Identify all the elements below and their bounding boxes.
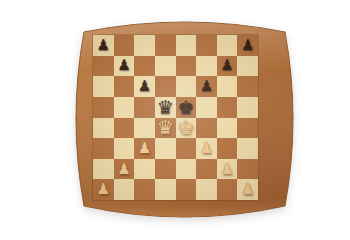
square-b7[interactable]: ♟ bbox=[114, 56, 135, 77]
piece-white-pawn[interactable]: ♟ bbox=[200, 141, 213, 156]
square-d7[interactable] bbox=[155, 56, 176, 77]
piece-black-pawn[interactable]: ♟ bbox=[200, 79, 213, 94]
square-a7[interactable] bbox=[93, 56, 114, 77]
square-g1[interactable] bbox=[217, 179, 238, 200]
piece-white-pawn[interactable]: ♟ bbox=[138, 141, 151, 156]
piece-black-pawn[interactable]: ♟ bbox=[97, 38, 110, 53]
square-f5[interactable] bbox=[196, 97, 217, 118]
square-b2[interactable]: ♟ bbox=[114, 159, 135, 180]
square-h8[interactable]: ♟ bbox=[237, 35, 258, 56]
square-e8[interactable] bbox=[176, 35, 197, 56]
square-h5[interactable] bbox=[237, 97, 258, 118]
piece-white-pawn[interactable]: ♟ bbox=[117, 162, 130, 177]
square-c5[interactable] bbox=[134, 97, 155, 118]
chess-board: ♟♟♟♟♟♟♛♚♛♚♟♟♟♟♟♟ bbox=[93, 35, 258, 200]
piece-black-pawn[interactable]: ♟ bbox=[117, 58, 130, 73]
square-c6[interactable]: ♟ bbox=[134, 76, 155, 97]
square-a3[interactable] bbox=[93, 138, 114, 159]
square-g3[interactable] bbox=[217, 138, 238, 159]
square-f6[interactable]: ♟ bbox=[196, 76, 217, 97]
square-h7[interactable] bbox=[237, 56, 258, 77]
square-d3[interactable] bbox=[155, 138, 176, 159]
square-d5[interactable]: ♛ bbox=[155, 97, 176, 118]
square-d8[interactable] bbox=[155, 35, 176, 56]
square-e4[interactable]: ♚ bbox=[176, 118, 197, 139]
piece-black-pawn[interactable]: ♟ bbox=[241, 38, 254, 53]
square-h4[interactable] bbox=[237, 118, 258, 139]
square-c8[interactable] bbox=[134, 35, 155, 56]
square-h6[interactable] bbox=[237, 76, 258, 97]
square-a6[interactable] bbox=[93, 76, 114, 97]
square-h1[interactable]: ♟ bbox=[237, 179, 258, 200]
piece-black-pawn[interactable]: ♟ bbox=[220, 58, 233, 73]
square-a5[interactable] bbox=[93, 97, 114, 118]
square-f1[interactable] bbox=[196, 179, 217, 200]
square-a1[interactable]: ♟ bbox=[93, 179, 114, 200]
piece-black-pawn[interactable]: ♟ bbox=[138, 79, 151, 94]
piece-black-queen[interactable]: ♛ bbox=[157, 98, 174, 117]
square-g5[interactable] bbox=[217, 97, 238, 118]
square-c2[interactable] bbox=[134, 159, 155, 180]
square-a4[interactable] bbox=[93, 118, 114, 139]
square-g8[interactable] bbox=[217, 35, 238, 56]
square-f4[interactable] bbox=[196, 118, 217, 139]
square-b1[interactable] bbox=[114, 179, 135, 200]
square-f2[interactable] bbox=[196, 159, 217, 180]
square-b8[interactable] bbox=[114, 35, 135, 56]
square-d1[interactable] bbox=[155, 179, 176, 200]
square-d2[interactable] bbox=[155, 159, 176, 180]
square-e1[interactable] bbox=[176, 179, 197, 200]
square-c1[interactable] bbox=[134, 179, 155, 200]
square-e7[interactable] bbox=[176, 56, 197, 77]
piece-white-pawn[interactable]: ♟ bbox=[241, 182, 254, 197]
square-g4[interactable] bbox=[217, 118, 238, 139]
square-b5[interactable] bbox=[114, 97, 135, 118]
square-d4[interactable]: ♛ bbox=[155, 118, 176, 139]
square-d6[interactable] bbox=[155, 76, 176, 97]
square-g7[interactable]: ♟ bbox=[217, 56, 238, 77]
square-f7[interactable] bbox=[196, 56, 217, 77]
square-e2[interactable] bbox=[176, 159, 197, 180]
square-h3[interactable] bbox=[237, 138, 258, 159]
square-g2[interactable]: ♟ bbox=[217, 159, 238, 180]
square-a2[interactable] bbox=[93, 159, 114, 180]
square-c3[interactable]: ♟ bbox=[134, 138, 155, 159]
square-h2[interactable] bbox=[237, 159, 258, 180]
square-e6[interactable] bbox=[176, 76, 197, 97]
square-g6[interactable] bbox=[217, 76, 238, 97]
square-c4[interactable] bbox=[134, 118, 155, 139]
square-e5[interactable]: ♚ bbox=[176, 97, 197, 118]
square-a8[interactable]: ♟ bbox=[93, 35, 114, 56]
piece-white-king[interactable]: ♚ bbox=[177, 118, 194, 137]
square-b4[interactable] bbox=[114, 118, 135, 139]
square-b6[interactable] bbox=[114, 76, 135, 97]
square-b3[interactable] bbox=[114, 138, 135, 159]
square-e3[interactable] bbox=[176, 138, 197, 159]
photo-background: ♟♟♟♟♟♟♛♚♛♚♟♟♟♟♟♟ bbox=[0, 0, 350, 240]
piece-white-pawn[interactable]: ♟ bbox=[220, 162, 233, 177]
square-f8[interactable] bbox=[196, 35, 217, 56]
square-c7[interactable] bbox=[134, 56, 155, 77]
square-f3[interactable]: ♟ bbox=[196, 138, 217, 159]
piece-black-king[interactable]: ♚ bbox=[177, 98, 194, 117]
piece-white-pawn[interactable]: ♟ bbox=[97, 182, 110, 197]
piece-white-queen[interactable]: ♛ bbox=[157, 118, 174, 137]
